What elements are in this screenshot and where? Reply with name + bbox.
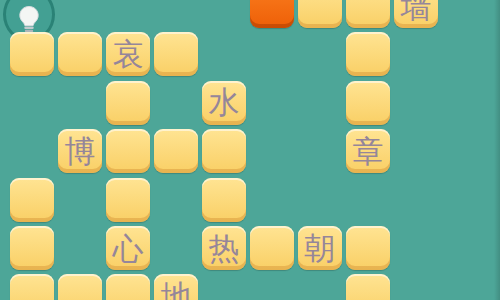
tile-r6c6[interactable]	[250, 226, 294, 270]
tile-character	[58, 274, 102, 300]
tile-r5c1[interactable]	[10, 178, 54, 222]
tile-character	[346, 226, 390, 270]
tile-r6c1[interactable]	[10, 226, 54, 270]
tile-character	[106, 274, 150, 300]
tile-r4c4[interactable]	[154, 129, 198, 173]
tile-character	[346, 0, 390, 28]
tile-character	[154, 129, 198, 173]
tile-r6c5[interactable]: 热	[202, 226, 246, 270]
tile-r3c3[interactable]	[106, 81, 150, 125]
tile-r7c3[interactable]	[106, 274, 150, 300]
tile-r7c2[interactable]	[58, 274, 102, 300]
tile-character	[10, 178, 54, 222]
tile-character: 博	[58, 129, 102, 173]
tile-character	[106, 129, 150, 173]
tile-character	[106, 81, 150, 125]
tile-r2c2[interactable]	[58, 32, 102, 76]
lightbulb-icon	[15, 5, 43, 36]
tile-r4c5[interactable]	[202, 129, 246, 173]
tile-character	[58, 32, 102, 76]
tile-r3c8[interactable]	[346, 81, 390, 125]
tile-character	[346, 32, 390, 76]
tile-character: 章	[346, 129, 390, 173]
tile-character: 朝	[298, 226, 342, 270]
tile-character: 水	[202, 81, 246, 125]
tile-character	[202, 129, 246, 173]
tile-character: 墙	[394, 0, 438, 28]
tile-character	[10, 226, 54, 270]
tile-r1c9[interactable]: 墙	[394, 0, 438, 28]
tile-r5c5[interactable]	[202, 178, 246, 222]
tile-r2c8[interactable]	[346, 32, 390, 76]
tile-r6c3[interactable]: 心	[106, 226, 150, 270]
game-board: 墙哀水博章心热朝地	[0, 0, 500, 300]
tile-character	[10, 32, 54, 76]
tile-character	[250, 0, 294, 28]
tile-r1c7[interactable]	[298, 0, 342, 28]
tile-r4c3[interactable]	[106, 129, 150, 173]
tile-r7c1[interactable]	[10, 274, 54, 300]
tile-character	[202, 178, 246, 222]
tile-r3c5[interactable]: 水	[202, 81, 246, 125]
tile-r2c3[interactable]: 哀	[106, 32, 150, 76]
tile-character: 热	[202, 226, 246, 270]
tile-character: 地	[154, 274, 198, 300]
tile-character	[250, 226, 294, 270]
tile-r7c4[interactable]: 地	[154, 274, 198, 300]
tile-r7c8[interactable]	[346, 274, 390, 300]
tile-character	[10, 274, 54, 300]
tile-r1c6[interactable]	[250, 0, 294, 28]
tile-r6c8[interactable]	[346, 226, 390, 270]
tile-r4c2[interactable]: 博	[58, 129, 102, 173]
tile-character	[346, 274, 390, 300]
tile-r2c4[interactable]	[154, 32, 198, 76]
tile-r6c7[interactable]: 朝	[298, 226, 342, 270]
tile-character: 心	[106, 226, 150, 270]
tile-r2c1[interactable]	[10, 32, 54, 76]
tile-character	[154, 32, 198, 76]
tile-r5c3[interactable]	[106, 178, 150, 222]
tile-r4c8[interactable]: 章	[346, 129, 390, 173]
tile-character	[106, 178, 150, 222]
tile-character	[298, 0, 342, 28]
tile-r1c8[interactable]	[346, 0, 390, 28]
tile-character	[346, 81, 390, 125]
tile-character: 哀	[106, 32, 150, 76]
